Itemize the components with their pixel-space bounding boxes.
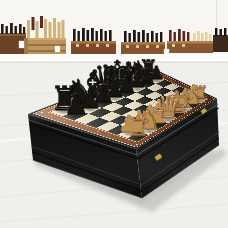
shelf-shadow-line	[0, 62, 228, 64]
background-chess-set-black-left	[71, 28, 116, 54]
price-tag	[19, 41, 24, 48]
shelf-front-edge	[0, 54, 228, 62]
price-tag	[55, 46, 60, 52]
background-chess-set-dark-box	[213, 28, 228, 52]
wall-corner-line	[216, 0, 217, 30]
price-tag	[164, 49, 169, 54]
product-photo: AA88BB77CC66DD55EE44FF33GG22HH11◆◆◆◆ ♜♞♝…	[0, 0, 228, 228]
